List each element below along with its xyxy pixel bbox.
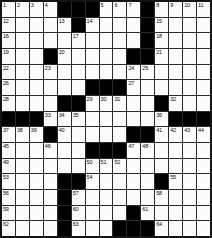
crossword-cell[interactable]: [16, 174, 29, 189]
crossword-cell[interactable]: [30, 174, 43, 189]
crossword-cell[interactable]: [100, 174, 113, 189]
crossword-cell[interactable]: [183, 143, 196, 158]
crossword-cell[interactable]: 20: [58, 49, 71, 64]
crossword-cell[interactable]: [100, 206, 113, 221]
crossword-cell[interactable]: [127, 159, 140, 174]
crossword-cell[interactable]: [155, 206, 168, 221]
blocked-cell: [155, 96, 168, 111]
crossword-cell[interactable]: [30, 206, 43, 221]
crossword-cell[interactable]: 35: [72, 112, 85, 127]
crossword-cell[interactable]: [141, 159, 154, 174]
clue-number: 52: [114, 159, 120, 165]
clue-number: 12: [3, 18, 9, 24]
clue-number: 26: [3, 80, 9, 86]
crossword-cell[interactable]: [155, 80, 168, 95]
crossword-cell[interactable]: 28: [2, 96, 15, 111]
crossword-cell[interactable]: [16, 206, 29, 221]
crossword-cell[interactable]: 52: [113, 159, 126, 174]
clue-number: 36: [156, 112, 162, 118]
crossword-cell[interactable]: [86, 127, 99, 142]
crossword-cell[interactable]: [72, 143, 85, 158]
crossword-cell[interactable]: [169, 221, 182, 236]
crossword-cell[interactable]: 14: [86, 18, 99, 33]
crossword-cell[interactable]: 51: [100, 159, 113, 174]
crossword-cell[interactable]: [72, 80, 85, 95]
clue-number: 34: [59, 112, 65, 118]
crossword-cell[interactable]: 31: [113, 96, 126, 111]
crossword-cell[interactable]: 17: [72, 33, 85, 48]
crossword-cell[interactable]: [16, 65, 29, 80]
blocked-cell: [127, 49, 140, 64]
crossword-cell[interactable]: 63: [72, 221, 85, 236]
crossword-cell[interactable]: [183, 18, 196, 33]
crossword-cell[interactable]: [155, 159, 168, 174]
clue-number: 57: [73, 190, 79, 196]
clue-number: 20: [59, 49, 65, 55]
crossword-cell[interactable]: [113, 112, 126, 127]
crossword-cell[interactable]: [169, 143, 182, 158]
crossword-cell[interactable]: 5: [100, 2, 113, 17]
crossword-cell[interactable]: [141, 190, 154, 205]
crossword-cell[interactable]: [197, 65, 210, 80]
clue-number: 2: [17, 2, 20, 8]
clue-number: 28: [3, 96, 9, 102]
crossword-cell[interactable]: [113, 18, 126, 33]
clue-number: 10: [184, 2, 190, 8]
clue-number: 11: [198, 2, 203, 8]
blocked-cell: [141, 49, 154, 64]
crossword-cell[interactable]: 4: [44, 2, 57, 17]
blocked-cell: [127, 206, 140, 221]
crossword-cell[interactable]: 30: [100, 96, 113, 111]
crossword-cell[interactable]: [197, 190, 210, 205]
blocked-cell: [197, 112, 210, 127]
crossword-cell[interactable]: [141, 96, 154, 111]
crossword-cell[interactable]: [183, 80, 196, 95]
crossword-cell[interactable]: [197, 33, 210, 48]
blocked-cell: [44, 49, 57, 64]
crossword-cell[interactable]: [16, 159, 29, 174]
crossword-cell[interactable]: [113, 127, 126, 142]
crossword-cell[interactable]: [183, 96, 196, 111]
clue-number: 5: [101, 2, 104, 8]
blocked-cell: [58, 190, 71, 205]
crossword-cell[interactable]: [30, 143, 43, 158]
crossword-cell[interactable]: [58, 65, 71, 80]
crossword-cell[interactable]: [44, 221, 57, 236]
crossword-cell[interactable]: 60: [72, 206, 85, 221]
crossword-cell[interactable]: 55: [169, 174, 182, 189]
clue-number: 27: [128, 80, 134, 86]
clue-number: 51: [101, 159, 107, 165]
crossword-cell[interactable]: [197, 18, 210, 33]
clue-number: 60: [73, 206, 79, 212]
crossword-cell[interactable]: 40: [58, 127, 71, 142]
crossword-cell[interactable]: [72, 65, 85, 80]
clue-number: 35: [73, 112, 79, 118]
clue-number: 25: [142, 65, 148, 71]
crossword-cell[interactable]: [16, 33, 29, 48]
blocked-cell: [183, 112, 196, 127]
crossword-cell[interactable]: 22: [2, 65, 15, 80]
crossword-cell[interactable]: 41: [155, 127, 168, 142]
crossword-cell[interactable]: [44, 18, 57, 33]
crossword-cell[interactable]: [30, 18, 43, 33]
blocked-cell: [141, 18, 154, 33]
crossword-cell[interactable]: 58: [155, 190, 168, 205]
crossword-cell[interactable]: [113, 206, 126, 221]
crossword-cell[interactable]: [100, 127, 113, 142]
clue-number: 44: [198, 127, 204, 133]
crossword-cell[interactable]: [44, 96, 57, 111]
blocked-cell: [58, 96, 71, 111]
clue-number: 45: [3, 143, 9, 149]
blocked-cell: [169, 112, 182, 127]
blocked-cell: [72, 2, 85, 17]
clue-number: 15: [156, 18, 162, 24]
crossword-cell[interactable]: [169, 80, 182, 95]
crossword-cell[interactable]: [197, 159, 210, 174]
blocked-cell: [113, 80, 126, 95]
blocked-cell: [58, 174, 71, 189]
crossword-cell[interactable]: [86, 206, 99, 221]
crossword-cell[interactable]: [86, 49, 99, 64]
crossword-cell[interactable]: [30, 65, 43, 80]
crossword-cell[interactable]: 13: [58, 18, 71, 33]
clue-number: 22: [3, 65, 9, 71]
crossword-cell[interactable]: 49: [2, 159, 15, 174]
crossword-cell[interactable]: 48: [141, 143, 154, 158]
clue-number: 1: [3, 2, 6, 8]
crossword-cell[interactable]: [127, 18, 140, 33]
blocked-cell: [16, 112, 29, 127]
crossword-cell[interactable]: [169, 49, 182, 64]
crossword-cell[interactable]: 25: [141, 65, 154, 80]
crossword-cell[interactable]: [169, 159, 182, 174]
crossword-cell[interactable]: 42: [169, 127, 182, 142]
clue-number: 43: [184, 127, 190, 133]
crossword-cell[interactable]: [44, 174, 57, 189]
clue-number: 31: [114, 96, 120, 102]
crossword-cell[interactable]: [169, 206, 182, 221]
crossword-cell[interactable]: 54: [86, 174, 99, 189]
crossword-cell[interactable]: 32: [169, 96, 182, 111]
crossword-cell[interactable]: [30, 221, 43, 236]
crossword-cell[interactable]: 26: [2, 80, 15, 95]
crossword-cell[interactable]: 2: [16, 2, 29, 17]
crossword-cell[interactable]: [58, 159, 71, 174]
clue-number: 53: [3, 174, 9, 180]
crossword-cell[interactable]: [183, 206, 196, 221]
crossword-cell[interactable]: [86, 190, 99, 205]
crossword-cell[interactable]: 33: [44, 112, 57, 127]
crossword-cell[interactable]: [127, 190, 140, 205]
crossword-cell[interactable]: 27: [127, 80, 140, 95]
blocked-cell: [113, 143, 126, 158]
crossword-cell[interactable]: 53: [2, 174, 15, 189]
crossword-cell[interactable]: [183, 49, 196, 64]
crossword-cell[interactable]: [197, 96, 210, 111]
clue-number: 24: [128, 65, 134, 71]
crossword-cell[interactable]: 38: [16, 127, 29, 142]
blocked-cell: [141, 127, 154, 142]
clue-number: 55: [170, 174, 176, 180]
crossword-cell[interactable]: [100, 65, 113, 80]
crossword-cell[interactable]: 45: [2, 143, 15, 158]
crossword-cell[interactable]: [113, 190, 126, 205]
blocked-cell: [44, 127, 57, 142]
blocked-cell: [86, 80, 99, 95]
crossword-cell[interactable]: [72, 49, 85, 64]
crossword-cell[interactable]: [127, 112, 140, 127]
blocked-cell: [72, 18, 85, 33]
crossword-cell[interactable]: [44, 190, 57, 205]
crossword-cell[interactable]: [183, 221, 196, 236]
crossword-cell[interactable]: 37: [2, 127, 15, 142]
crossword-cell[interactable]: [72, 159, 85, 174]
crossword-cell[interactable]: [16, 143, 29, 158]
crossword-cell[interactable]: [183, 65, 196, 80]
crossword-cell[interactable]: [86, 65, 99, 80]
blocked-cell: [141, 221, 154, 236]
crossword-cell[interactable]: [30, 96, 43, 111]
crossword-cell[interactable]: [30, 49, 43, 64]
clue-number: 61: [142, 206, 148, 212]
clue-number: 13: [59, 18, 65, 24]
clue-number: 46: [45, 143, 51, 149]
crossword-cell[interactable]: 11: [197, 2, 210, 17]
clue-number: 8: [156, 2, 159, 8]
crossword-cell[interactable]: 18: [155, 33, 168, 48]
crossword-cell[interactable]: 10: [183, 2, 196, 17]
crossword-cell[interactable]: 16: [2, 33, 15, 48]
crossword-cell[interactable]: 29: [86, 96, 99, 111]
clue-number: 7: [128, 2, 131, 8]
crossword-cell[interactable]: [58, 33, 71, 48]
crossword-cell[interactable]: [44, 159, 57, 174]
crossword-cell[interactable]: [44, 80, 57, 95]
crossword-cell[interactable]: [30, 33, 43, 48]
crossword-cell[interactable]: 57: [72, 190, 85, 205]
crossword-cell[interactable]: [141, 112, 154, 127]
crossword-cell[interactable]: 6: [113, 2, 126, 17]
crossword-cell[interactable]: 12: [2, 18, 15, 33]
crossword-cell[interactable]: [113, 33, 126, 48]
crossword-cell[interactable]: 1: [2, 2, 15, 17]
clue-number: 42: [170, 127, 176, 133]
crossword-cell[interactable]: [72, 127, 85, 142]
clue-number: 9: [170, 2, 173, 8]
crossword-cell[interactable]: [197, 221, 210, 236]
crossword-cell[interactable]: [100, 221, 113, 236]
blocked-cell: [58, 221, 71, 236]
crossword-cell[interactable]: [44, 206, 57, 221]
crossword-cell[interactable]: [141, 174, 154, 189]
crossword-cell[interactable]: [127, 33, 140, 48]
blocked-cell: [86, 143, 99, 158]
crossword-cell[interactable]: [197, 206, 210, 221]
clue-number: 56: [3, 190, 9, 196]
crossword-cell[interactable]: [141, 80, 154, 95]
crossword-cell[interactable]: 23: [44, 65, 57, 80]
clue-number: 14: [87, 18, 93, 24]
clue-number: 38: [17, 127, 23, 133]
crossword-cell[interactable]: [16, 80, 29, 95]
clue-number: 63: [73, 221, 79, 227]
crossword-cell[interactable]: 56: [2, 190, 15, 205]
crossword-cell[interactable]: 21: [155, 49, 168, 64]
crossword-cell[interactable]: [169, 65, 182, 80]
clue-number: 21: [156, 49, 162, 55]
blocked-cell: [155, 174, 168, 189]
crossword-cell[interactable]: 61: [141, 206, 154, 221]
crossword-cell[interactable]: [169, 18, 182, 33]
crossword-cell[interactable]: 24: [127, 65, 140, 80]
crossword-cell[interactable]: [58, 143, 71, 158]
crossword-cell[interactable]: 46: [44, 143, 57, 158]
crossword-cell[interactable]: [16, 49, 29, 64]
crossword-cell[interactable]: [16, 96, 29, 111]
blocked-cell: [100, 143, 113, 158]
clue-number: 29: [87, 96, 93, 102]
clue-number: 54: [87, 174, 93, 180]
crossword-cell[interactable]: [155, 143, 168, 158]
clue-number: 47: [128, 143, 134, 149]
clue-number: 30: [101, 96, 107, 102]
clue-number: 50: [87, 159, 93, 165]
crossword-cell[interactable]: 8: [155, 2, 168, 17]
blocked-cell: [113, 221, 126, 236]
crossword-cell[interactable]: 39: [30, 127, 43, 142]
crossword-cell[interactable]: [183, 174, 196, 189]
crossword-cell[interactable]: [16, 221, 29, 236]
crossword-cell[interactable]: [30, 190, 43, 205]
clue-number: 48: [142, 143, 148, 149]
crossword-cell[interactable]: [100, 33, 113, 48]
crossword-cell[interactable]: [197, 80, 210, 95]
crossword-cell[interactable]: 44: [197, 127, 210, 142]
blocked-cell: [100, 80, 113, 95]
crossword-cell[interactable]: 62: [2, 221, 15, 236]
crossword-cell[interactable]: 59: [2, 206, 15, 221]
crossword-cell[interactable]: 64: [155, 221, 168, 236]
crossword-cell[interactable]: 15: [155, 18, 168, 33]
clue-number: 64: [156, 221, 162, 227]
clue-number: 3: [31, 2, 34, 8]
clue-number: 23: [45, 65, 51, 71]
crossword-cell[interactable]: 47: [127, 143, 140, 158]
blocked-cell: [72, 174, 85, 189]
blocked-cell: [58, 2, 71, 17]
crossword-cell[interactable]: 3: [30, 2, 43, 17]
crossword-cell[interactable]: 34: [58, 112, 71, 127]
crossword-cell[interactable]: [183, 190, 196, 205]
clue-number: 33: [45, 112, 51, 118]
blocked-cell: [86, 2, 99, 17]
crossword-board: 1234567891011121314151617181920212223242…: [0, 0, 212, 238]
crossword-cell[interactable]: 50: [86, 159, 99, 174]
clue-number: 17: [73, 33, 79, 39]
crossword-cell[interactable]: 36: [155, 112, 168, 127]
crossword-cell[interactable]: [30, 80, 43, 95]
crossword-cell[interactable]: [58, 80, 71, 95]
crossword-cell[interactable]: [183, 159, 196, 174]
crossword-puzzle: 1234567891011121314151617181920212223242…: [0, 0, 212, 238]
clue-number: 37: [3, 127, 9, 133]
crossword-cell[interactable]: [86, 112, 99, 127]
crossword-cell[interactable]: 7: [127, 2, 140, 17]
crossword-cell[interactable]: [86, 221, 99, 236]
clue-number: 32: [170, 96, 176, 102]
clue-number: 4: [45, 2, 48, 8]
crossword-cell[interactable]: [197, 49, 210, 64]
crossword-cell[interactable]: [197, 143, 210, 158]
crossword-cell[interactable]: [30, 159, 43, 174]
crossword-cell[interactable]: [113, 174, 126, 189]
crossword-cell[interactable]: [100, 18, 113, 33]
clue-number: 16: [3, 33, 9, 39]
crossword-cell[interactable]: [113, 49, 126, 64]
blocked-cell: [141, 33, 154, 48]
crossword-cell[interactable]: 19: [2, 49, 15, 64]
crossword-cell[interactable]: [44, 33, 57, 48]
crossword-cell[interactable]: 9: [169, 2, 182, 17]
clue-number: 6: [114, 2, 117, 8]
crossword-cell[interactable]: [100, 112, 113, 127]
blocked-cell: [127, 221, 140, 236]
clue-number: 39: [31, 127, 37, 133]
blocked-cell: [141, 2, 154, 17]
clue-number: 62: [3, 221, 9, 227]
crossword-cell[interactable]: [113, 65, 126, 80]
crossword-cell[interactable]: [127, 96, 140, 111]
clue-number: 58: [156, 190, 162, 196]
clue-number: 59: [3, 206, 9, 212]
crossword-cell[interactable]: [183, 33, 196, 48]
blocked-cell: [30, 112, 43, 127]
clue-number: 49: [3, 159, 9, 165]
crossword-cell[interactable]: [86, 33, 99, 48]
crossword-cell[interactable]: [100, 190, 113, 205]
crossword-cell[interactable]: [155, 65, 168, 80]
crossword-cell[interactable]: 43: [183, 127, 196, 142]
blocked-cell: [72, 96, 85, 111]
crossword-cell[interactable]: [169, 33, 182, 48]
crossword-cell[interactable]: [100, 49, 113, 64]
crossword-cell[interactable]: [16, 190, 29, 205]
crossword-cell[interactable]: [169, 190, 182, 205]
crossword-cell[interactable]: [16, 18, 29, 33]
clue-number: 18: [156, 33, 162, 39]
blocked-cell: [2, 112, 15, 127]
clue-number: 40: [59, 127, 65, 133]
clue-number: 19: [3, 49, 9, 55]
clue-number: 41: [156, 127, 162, 133]
crossword-cell[interactable]: [197, 174, 210, 189]
crossword-cell[interactable]: [127, 174, 140, 189]
blocked-cell: [127, 127, 140, 142]
blocked-cell: [58, 206, 71, 221]
